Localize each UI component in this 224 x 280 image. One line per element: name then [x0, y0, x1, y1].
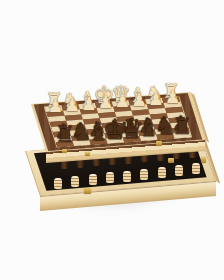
tray-checker-light — [89, 174, 97, 185]
tray-checker-light — [158, 167, 166, 178]
tray-checker-light — [175, 165, 183, 176]
case-front-clasp-icon — [84, 188, 91, 194]
tray-checker-light — [54, 178, 62, 189]
case-right-side-hinge-icon — [201, 157, 206, 163]
tray-checker-light — [192, 163, 200, 174]
tray-checker-light — [123, 171, 131, 182]
tray-checker-light — [106, 172, 114, 183]
case-center-hinge-icon — [85, 152, 90, 156]
chess-set-product-photo: ♜♞♝♛♚♝♞♜♟♟♟♟♟♟♟♟♟♟♟♟♟♟♟♟♜♞♝♛♚♝♞♜ — [0, 0, 224, 280]
tray-checker-light — [71, 176, 79, 187]
case-right-top-hinge-icon — [168, 158, 174, 163]
board-left-hinge-icon — [62, 149, 67, 153]
board-front-clasp-icon — [156, 141, 162, 146]
tray-checker-light — [140, 169, 148, 180]
